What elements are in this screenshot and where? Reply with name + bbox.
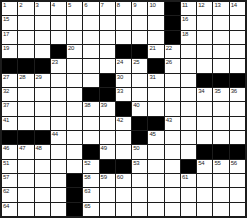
cell-r13c15[interactable] — [230, 174, 245, 187]
cell-r5c7[interactable] — [100, 59, 115, 72]
cell-r8c4[interactable] — [51, 102, 66, 115]
clue-number: 24 — [117, 59, 123, 66]
clue-number: 36 — [231, 88, 237, 95]
cell-r6c3[interactable]: 29 — [35, 74, 50, 87]
cell-r14c3[interactable] — [35, 188, 50, 201]
cell-r11c5[interactable] — [67, 145, 82, 158]
cell-r15c2[interactable] — [18, 203, 33, 216]
block-r9c9 — [132, 117, 147, 130]
cell-r4c1[interactable]: 19 — [2, 45, 17, 58]
cell-r10c10[interactable]: 45 — [148, 131, 163, 144]
cell-r7c8[interactable]: 33 — [116, 88, 131, 101]
cell-r9c5[interactable] — [67, 117, 82, 130]
cell-r4c14[interactable] — [213, 45, 228, 58]
block-r7c6 — [83, 88, 98, 101]
cell-r4c7[interactable] — [100, 45, 115, 58]
cell-r2c14[interactable] — [213, 16, 228, 29]
cell-r1c10[interactable]: 10 — [148, 2, 163, 15]
cell-r3c13[interactable] — [197, 31, 212, 44]
block-r8c8 — [116, 102, 131, 115]
cell-r2c6[interactable] — [83, 16, 98, 29]
block-r7c7 — [100, 88, 115, 101]
cell-r2c2[interactable] — [18, 16, 33, 29]
cell-r15c8[interactable] — [116, 203, 131, 216]
clue-number: 4 — [52, 2, 55, 9]
cell-r3c4[interactable] — [51, 31, 66, 44]
cell-r1c13[interactable]: 12 — [197, 2, 212, 15]
clue-number: 43 — [166, 117, 172, 124]
cell-r3c14[interactable] — [213, 31, 228, 44]
cell-r10c15[interactable] — [230, 131, 245, 144]
block-r4c9 — [132, 45, 147, 58]
cell-r9c2[interactable] — [18, 117, 33, 130]
cell-r11c11[interactable] — [165, 145, 180, 158]
cell-r8c7[interactable]: 39 — [100, 102, 115, 115]
cell-r1c8[interactable]: 8 — [116, 2, 131, 15]
block-r9c10 — [148, 117, 163, 130]
block-r12c7 — [100, 160, 115, 173]
cell-r4c2[interactable] — [18, 45, 33, 58]
clue-number: 63 — [84, 188, 90, 195]
block-r12c12 — [181, 160, 196, 173]
cell-r11c10[interactable] — [148, 145, 163, 158]
cell-r15c3[interactable] — [35, 203, 50, 216]
clue-number: 8 — [117, 2, 120, 9]
block-r15c5 — [67, 203, 82, 216]
clue-number: 62 — [3, 188, 9, 195]
cell-r11c12[interactable] — [181, 145, 196, 158]
cell-r14c14[interactable] — [213, 188, 228, 201]
cell-r12c10[interactable] — [148, 160, 163, 173]
cell-r6c10[interactable]: 31 — [148, 74, 163, 87]
cell-r15c7[interactable] — [100, 203, 115, 216]
cell-r2c1[interactable]: 15 — [2, 16, 17, 29]
cell-r6c8[interactable]: 30 — [116, 74, 131, 87]
cell-r12c14[interactable]: 55 — [213, 160, 228, 173]
clue-number: 61 — [182, 174, 188, 181]
cell-r1c1[interactable]: 1 — [2, 2, 17, 15]
block-r3c11 — [165, 31, 180, 44]
clue-number: 11 — [182, 2, 188, 9]
cell-r12c2[interactable] — [18, 160, 33, 173]
clue-number: 41 — [3, 117, 9, 124]
cell-r14c13[interactable] — [197, 188, 212, 201]
cell-r7c11[interactable] — [165, 88, 180, 101]
cell-r15c4[interactable] — [51, 203, 66, 216]
cell-r11c4[interactable] — [51, 145, 66, 158]
cell-r8c11[interactable] — [165, 102, 180, 115]
clue-number: 65 — [84, 203, 90, 210]
clue-number: 29 — [36, 74, 42, 81]
cell-r3c10[interactable] — [148, 31, 163, 44]
clue-number: 48 — [36, 145, 42, 152]
block-r5c3 — [35, 59, 50, 72]
cell-r5c6[interactable] — [83, 59, 98, 72]
cell-r1c15[interactable]: 14 — [230, 2, 245, 15]
clue-number: 16 — [182, 16, 188, 23]
cell-r8c14[interactable] — [213, 102, 228, 115]
block-r5c1 — [2, 59, 17, 72]
block-r13c5 — [67, 174, 82, 187]
cell-r1c14[interactable]: 13 — [213, 2, 228, 15]
clue-number: 14 — [231, 2, 237, 9]
clue-number: 5 — [68, 2, 71, 9]
block-r10c1 — [2, 131, 17, 144]
clue-number: 30 — [117, 74, 123, 81]
cell-r10c7[interactable] — [100, 131, 115, 144]
cell-r9c7[interactable] — [100, 117, 115, 130]
cell-r9c8[interactable]: 42 — [116, 117, 131, 130]
cell-r11c2[interactable]: 47 — [18, 145, 33, 158]
clue-number: 46 — [3, 145, 9, 152]
cell-r13c1[interactable]: 57 — [2, 174, 17, 187]
cell-r5c11[interactable]: 26 — [165, 59, 180, 72]
cell-r7c10[interactable] — [148, 88, 163, 101]
cell-r10c6[interactable] — [83, 131, 98, 144]
cell-r4c15[interactable] — [230, 45, 245, 58]
clue-number: 50 — [133, 145, 139, 152]
cell-r2c10[interactable] — [148, 16, 163, 29]
cell-r14c10[interactable] — [148, 188, 163, 201]
cell-r8c2[interactable] — [18, 102, 33, 115]
cell-r15c1[interactable]: 64 — [2, 203, 17, 216]
clue-number: 1 — [3, 2, 6, 9]
cell-r7c9[interactable] — [132, 88, 147, 101]
clue-number: 38 — [84, 102, 90, 109]
cell-r12c11[interactable] — [165, 160, 180, 173]
cell-r10c5[interactable] — [67, 131, 82, 144]
clue-number: 53 — [133, 160, 139, 167]
cell-r7c4[interactable] — [51, 88, 66, 101]
cell-r10c13[interactable] — [197, 131, 212, 144]
cell-r11c8[interactable] — [116, 145, 131, 158]
clue-number: 26 — [166, 59, 172, 66]
block-r5c10 — [148, 59, 163, 72]
cell-r6c5[interactable] — [67, 74, 82, 87]
cell-r8c3[interactable] — [35, 102, 50, 115]
cell-r8c15[interactable] — [230, 102, 245, 115]
cell-r15c11[interactable] — [165, 203, 180, 216]
clue-number: 55 — [214, 160, 220, 167]
cell-r8c13[interactable] — [197, 102, 212, 115]
cell-r8c9[interactable]: 40 — [132, 102, 147, 115]
cell-r13c3[interactable] — [35, 174, 50, 187]
cell-r13c11[interactable] — [165, 174, 180, 187]
cell-r13c2[interactable] — [18, 174, 33, 187]
clue-number: 28 — [19, 74, 25, 81]
block-r11c14 — [213, 145, 228, 158]
cell-r12c9[interactable]: 53 — [132, 160, 147, 173]
block-r11c13 — [197, 145, 212, 158]
clue-number: 60 — [117, 174, 123, 181]
clue-number: 7 — [101, 2, 104, 9]
clue-number: 58 — [84, 174, 90, 181]
cell-r13c4[interactable] — [51, 174, 66, 187]
clue-number: 51 — [3, 160, 9, 167]
cell-r6c6[interactable] — [83, 74, 98, 87]
cell-r6c2[interactable]: 28 — [18, 74, 33, 87]
clue-number: 35 — [214, 88, 220, 95]
cell-r11c3[interactable]: 48 — [35, 145, 50, 158]
clue-number: 13 — [214, 2, 220, 9]
cell-r1c6[interactable]: 6 — [83, 2, 98, 15]
cell-r9c13[interactable] — [197, 117, 212, 130]
cell-r14c9[interactable] — [132, 188, 147, 201]
clue-number: 19 — [3, 45, 9, 52]
cell-r3c12[interactable]: 18 — [181, 31, 196, 44]
clue-number: 6 — [84, 2, 87, 9]
cell-r15c10[interactable] — [148, 203, 163, 216]
cell-r3c7[interactable] — [100, 31, 115, 44]
cell-r8c12[interactable] — [181, 102, 196, 115]
cell-r5c13[interactable] — [197, 59, 212, 72]
clue-number: 25 — [133, 59, 139, 66]
cell-r1c7[interactable]: 7 — [100, 2, 115, 15]
clue-number: 59 — [101, 174, 107, 181]
cell-r12c15[interactable]: 56 — [230, 160, 245, 173]
cell-r4c6[interactable] — [83, 45, 98, 58]
cell-r6c11[interactable] — [165, 74, 180, 87]
cell-r11c1[interactable]: 46 — [2, 145, 17, 158]
cell-r5c14[interactable] — [213, 59, 228, 72]
clue-number: 15 — [3, 16, 9, 23]
clue-number: 64 — [3, 203, 9, 210]
cell-r7c3[interactable] — [35, 88, 50, 101]
cell-r13c10[interactable] — [148, 174, 163, 187]
clue-number: 17 — [3, 31, 9, 38]
cell-r6c9[interactable] — [132, 74, 147, 87]
cell-r9c4[interactable] — [51, 117, 66, 130]
block-r12c8 — [116, 160, 131, 173]
cell-r15c6[interactable]: 65 — [83, 203, 98, 216]
cell-r3c8[interactable] — [116, 31, 131, 44]
cell-r10c4[interactable]: 44 — [51, 131, 66, 144]
cell-r5c15[interactable] — [230, 59, 245, 72]
cell-r13c6[interactable]: 58 — [83, 174, 98, 187]
cell-r7c15[interactable]: 36 — [230, 88, 245, 101]
cell-r9c11[interactable]: 43 — [165, 117, 180, 130]
block-r6c13 — [197, 74, 212, 87]
cell-r9c6[interactable] — [83, 117, 98, 130]
cell-r7c1[interactable]: 32 — [2, 88, 17, 101]
clue-number: 33 — [117, 88, 123, 95]
cell-r13c9[interactable] — [132, 174, 147, 187]
cell-r3c9[interactable] — [132, 31, 147, 44]
block-r4c8 — [116, 45, 131, 58]
clue-number: 34 — [198, 88, 204, 95]
cell-r14c6[interactable]: 63 — [83, 188, 98, 201]
cell-r12c13[interactable]: 54 — [197, 160, 212, 173]
clue-number: 20 — [68, 45, 74, 52]
cell-r10c12[interactable] — [181, 131, 196, 144]
cell-r2c5[interactable] — [67, 16, 82, 29]
cell-r3c5[interactable] — [67, 31, 82, 44]
cell-r7c13[interactable]: 34 — [197, 88, 212, 101]
clue-number: 21 — [149, 45, 155, 52]
cell-r13c7[interactable]: 59 — [100, 174, 115, 187]
cell-r11c9[interactable]: 50 — [132, 145, 147, 158]
cell-r7c2[interactable] — [18, 88, 33, 101]
cell-r15c9[interactable] — [132, 203, 147, 216]
cell-r2c9[interactable] — [132, 16, 147, 29]
cell-r2c4[interactable] — [51, 16, 66, 29]
cell-r15c14[interactable] — [213, 203, 228, 216]
block-r6c15 — [230, 74, 245, 87]
cell-r9c3[interactable] — [35, 117, 50, 130]
cell-r10c14[interactable] — [213, 131, 228, 144]
cell-r11c7[interactable]: 49 — [100, 145, 115, 158]
block-r11c15 — [230, 145, 245, 158]
cell-r1c9[interactable]: 9 — [132, 2, 147, 15]
cell-r14c15[interactable] — [230, 188, 245, 201]
cell-r9c14[interactable] — [213, 117, 228, 130]
block-r2c11 — [165, 16, 180, 29]
cell-r8c10[interactable] — [148, 102, 163, 115]
clue-number: 39 — [101, 102, 107, 109]
cell-r2c15[interactable] — [230, 16, 245, 29]
block-r10c9 — [132, 131, 147, 144]
cell-r12c3[interactable] — [35, 160, 50, 173]
cell-r14c1[interactable]: 62 — [2, 188, 17, 201]
clue-number: 47 — [19, 145, 25, 152]
cell-r13c14[interactable] — [213, 174, 228, 187]
cell-r7c5[interactable] — [67, 88, 82, 101]
cell-r12c5[interactable] — [67, 160, 82, 173]
cell-r6c4[interactable] — [51, 74, 66, 87]
cell-r7c14[interactable]: 35 — [213, 88, 228, 101]
cell-r9c15[interactable] — [230, 117, 245, 130]
cell-r9c1[interactable]: 41 — [2, 117, 17, 130]
cell-r9c12[interactable] — [181, 117, 196, 130]
clue-number: 52 — [84, 160, 90, 167]
clue-number: 44 — [52, 131, 58, 138]
cell-r13c12[interactable]: 61 — [181, 174, 196, 187]
cell-r2c7[interactable] — [100, 16, 115, 29]
clue-number: 2 — [19, 2, 22, 9]
cell-r4c10[interactable]: 21 — [148, 45, 163, 58]
cell-r5c5[interactable] — [67, 59, 82, 72]
cell-r8c6[interactable]: 38 — [83, 102, 98, 115]
cell-r15c12[interactable] — [181, 203, 196, 216]
cell-r12c6[interactable]: 52 — [83, 160, 98, 173]
clue-number: 45 — [149, 131, 155, 138]
cell-r4c13[interactable] — [197, 45, 212, 58]
cell-r13c8[interactable]: 60 — [116, 174, 131, 187]
cell-r14c2[interactable] — [18, 188, 33, 201]
block-r11c6 — [83, 145, 98, 158]
cell-r3c6[interactable] — [83, 31, 98, 44]
block-r10c2 — [18, 131, 33, 144]
cell-r4c3[interactable] — [35, 45, 50, 58]
crossword-grid: 1234567891011121314151617181920212223242… — [0, 0, 247, 218]
cell-r3c2[interactable] — [18, 31, 33, 44]
cell-r10c11[interactable] — [165, 131, 180, 144]
cell-r5c12[interactable] — [181, 59, 196, 72]
block-r14c5 — [67, 188, 82, 201]
cell-r2c3[interactable] — [35, 16, 50, 29]
clue-number: 23 — [52, 59, 58, 66]
cell-r14c7[interactable] — [100, 188, 115, 201]
cell-r14c8[interactable] — [116, 188, 131, 201]
clue-number: 10 — [149, 2, 155, 9]
cell-r6c12[interactable] — [181, 74, 196, 87]
clue-number: 9 — [133, 2, 136, 9]
clue-number: 40 — [133, 102, 139, 109]
cell-r15c15[interactable] — [230, 203, 245, 216]
cell-r12c4[interactable] — [51, 160, 66, 173]
cell-r1c3[interactable]: 3 — [35, 2, 50, 15]
cell-r13c13[interactable] — [197, 174, 212, 187]
cell-r2c12[interactable]: 16 — [181, 16, 196, 29]
cell-r2c8[interactable] — [116, 16, 131, 29]
cell-r5c9[interactable]: 25 — [132, 59, 147, 72]
clue-number: 27 — [3, 74, 9, 81]
clue-number: 57 — [3, 174, 9, 181]
cell-r14c4[interactable] — [51, 188, 66, 201]
cell-r3c15[interactable] — [230, 31, 245, 44]
clue-number: 22 — [166, 45, 172, 52]
block-r6c7 — [100, 74, 115, 87]
cell-r12c1[interactable]: 51 — [2, 160, 17, 173]
clue-number: 54 — [198, 160, 204, 167]
clue-number: 12 — [198, 2, 204, 9]
cell-r4c5[interactable]: 20 — [67, 45, 82, 58]
cell-r1c5[interactable]: 5 — [67, 2, 82, 15]
block-r5c2 — [18, 59, 33, 72]
cell-r5c8[interactable]: 24 — [116, 59, 131, 72]
cell-r6c1[interactable]: 27 — [2, 74, 17, 87]
cell-r10c8[interactable] — [116, 131, 131, 144]
block-r1c11 — [165, 2, 180, 15]
cell-r8c1[interactable]: 37 — [2, 102, 17, 115]
cell-r4c11[interactable]: 22 — [165, 45, 180, 58]
cell-r14c11[interactable] — [165, 188, 180, 201]
block-r6c14 — [213, 74, 228, 87]
clue-number: 42 — [117, 117, 123, 124]
cell-r7c12[interactable] — [181, 88, 196, 101]
clue-number: 37 — [3, 102, 9, 109]
cell-r4c12[interactable] — [181, 45, 196, 58]
clue-number: 32 — [3, 88, 9, 95]
cell-r3c3[interactable] — [35, 31, 50, 44]
clue-number: 31 — [149, 74, 155, 81]
cell-r5c4[interactable]: 23 — [51, 59, 66, 72]
clue-number: 56 — [231, 160, 237, 167]
clue-number: 49 — [101, 145, 107, 152]
cell-r1c4[interactable]: 4 — [51, 2, 66, 15]
cell-r15c13[interactable] — [197, 203, 212, 216]
cell-r3c1[interactable]: 17 — [2, 31, 17, 44]
clue-number: 3 — [36, 2, 39, 9]
clue-number: 18 — [182, 31, 188, 38]
block-r10c3 — [35, 131, 50, 144]
cell-r14c12[interactable] — [181, 188, 196, 201]
cell-r1c12[interactable]: 11 — [181, 2, 196, 15]
block-r4c4 — [51, 45, 66, 58]
cell-r2c13[interactable] — [197, 16, 212, 29]
cell-r8c5[interactable] — [67, 102, 82, 115]
cell-r1c2[interactable]: 2 — [18, 2, 33, 15]
